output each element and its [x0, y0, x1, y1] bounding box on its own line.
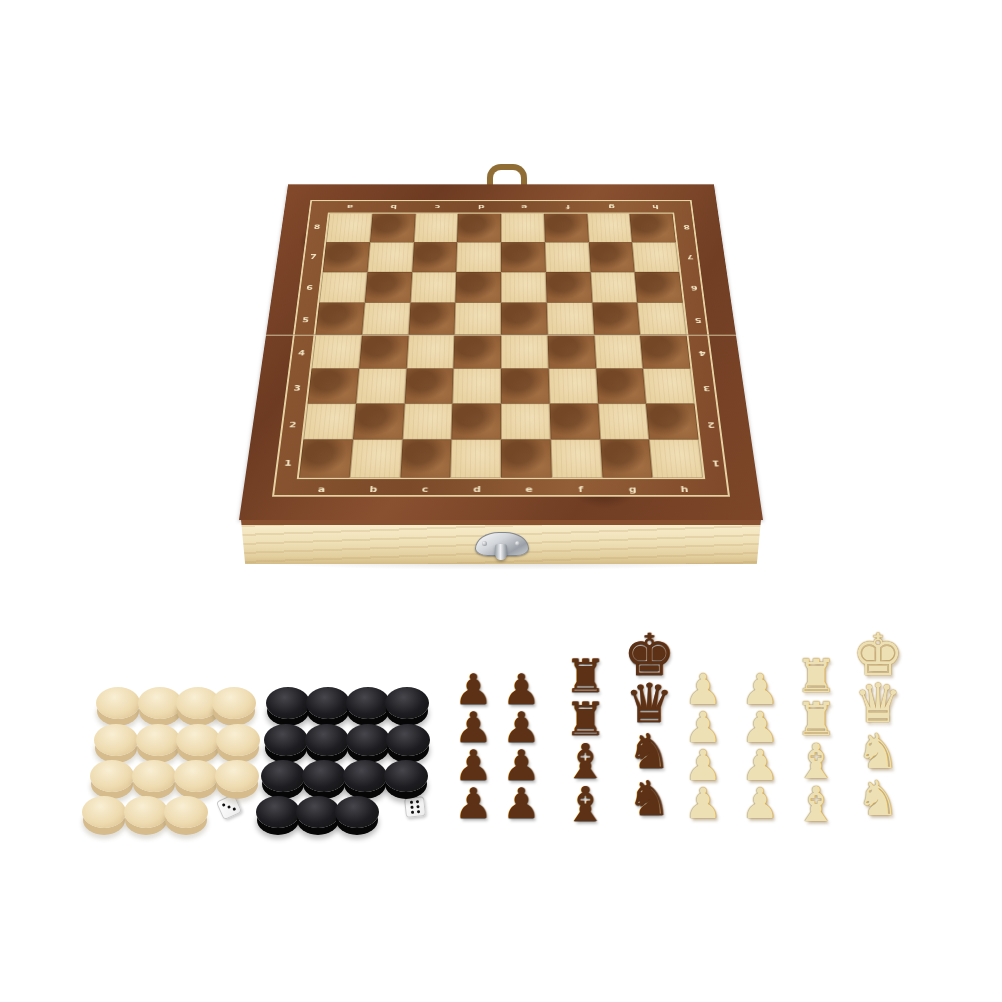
- square-h8: [630, 214, 676, 243]
- square-h6: [635, 272, 683, 303]
- rank-label-right-1: 1: [712, 458, 720, 466]
- square-b7: [367, 242, 413, 272]
- fold-seam: [266, 334, 736, 336]
- square-d4: [454, 335, 501, 368]
- rank-label-right-6: 6: [690, 284, 697, 291]
- die-pip: [410, 801, 413, 804]
- die-pip: [417, 805, 420, 808]
- square-g2: [598, 403, 650, 439]
- natural-checker: [164, 796, 208, 828]
- file-label-bottom-e: e: [525, 485, 532, 493]
- square-c7: [412, 242, 457, 272]
- black-checker: [385, 687, 429, 719]
- square-a1: [299, 440, 353, 478]
- black-checker: [306, 687, 350, 719]
- rank-label-left-5: 5: [302, 316, 310, 323]
- square-d3: [453, 368, 501, 403]
- file-label-bottom-b: b: [369, 485, 377, 493]
- rank-label-left-4: 4: [298, 349, 306, 356]
- rank-label-right-4: 4: [698, 349, 706, 356]
- natural-checker: [174, 760, 218, 792]
- rank-label-left-8: 8: [313, 224, 320, 230]
- rank-label-right-5: 5: [694, 316, 702, 323]
- square-h4: [640, 335, 690, 368]
- square-a2: [303, 403, 356, 439]
- file-label-top-d: d: [478, 204, 485, 210]
- square-h5: [637, 303, 686, 335]
- square-d6: [456, 272, 501, 303]
- chess-board-grid: [297, 213, 705, 480]
- square-e2: [501, 403, 550, 439]
- black-checker: [384, 760, 428, 792]
- square-d2: [452, 403, 501, 439]
- clasp-screw-left: [482, 541, 487, 546]
- square-g5: [592, 303, 640, 335]
- chess-board-surface: aabbccddeeffgghh8877665544332211: [239, 184, 763, 520]
- light-pawn: ♟: [741, 783, 779, 825]
- die: [216, 794, 242, 820]
- rank-label-left-6: 6: [306, 284, 313, 291]
- file-label-top-b: b: [390, 204, 397, 210]
- square-g6: [590, 272, 637, 303]
- box-front-edge: [241, 520, 761, 564]
- square-c4: [406, 335, 454, 368]
- square-f6: [546, 272, 592, 303]
- square-g7: [588, 242, 634, 272]
- square-f4: [547, 335, 595, 368]
- square-e5: [501, 303, 547, 335]
- natural-checker: [176, 724, 220, 756]
- square-c6: [410, 272, 456, 303]
- natural-checker: [124, 796, 168, 828]
- board-perspective: aabbccddeeffgghh8877665544332211: [239, 184, 763, 520]
- file-label-bottom-a: a: [317, 485, 325, 493]
- square-d7: [456, 242, 501, 272]
- black-checker: [261, 760, 305, 792]
- square-a7: [323, 242, 370, 272]
- light-pawn: ♟: [684, 783, 722, 825]
- black-checker: [302, 760, 346, 792]
- rank-label-left-2: 2: [289, 421, 297, 429]
- file-label-top-e: e: [521, 204, 527, 210]
- file-label-bottom-c: c: [422, 485, 429, 493]
- clasp-screw-right: [515, 541, 520, 546]
- square-a3: [307, 368, 358, 403]
- natural-checker: [82, 796, 126, 828]
- square-f5: [546, 303, 593, 335]
- square-h1: [649, 440, 703, 478]
- dark-knight: ♞: [627, 774, 670, 822]
- square-c8: [414, 214, 459, 243]
- die: [404, 796, 426, 818]
- square-b6: [365, 272, 412, 303]
- light-knight: ♞: [856, 774, 899, 822]
- dark-pawn: ♟: [502, 783, 540, 825]
- square-e8: [501, 214, 545, 243]
- square-f3: [548, 368, 597, 403]
- natural-checker: [212, 687, 256, 719]
- file-label-top-a: a: [347, 204, 354, 210]
- square-b2: [353, 403, 405, 439]
- square-c1: [400, 440, 452, 478]
- die-pip: [411, 810, 414, 813]
- natural-checker: [132, 760, 176, 792]
- square-d1: [450, 440, 501, 478]
- coordinate-border: aabbccddeeffgghh8877665544332211: [272, 200, 730, 496]
- die-pip: [233, 807, 237, 811]
- rank-label-right-3: 3: [703, 384, 711, 391]
- black-checker: [305, 724, 349, 756]
- square-a4: [312, 335, 362, 368]
- die-pip: [417, 810, 420, 813]
- square-g3: [596, 368, 646, 403]
- die-pip: [416, 800, 419, 803]
- square-e6: [501, 272, 546, 303]
- natural-checker: [90, 760, 134, 792]
- file-label-top-h: h: [651, 204, 658, 210]
- square-f1: [550, 440, 602, 478]
- square-b1: [349, 440, 402, 478]
- natural-checker: [216, 724, 260, 756]
- black-checker: [256, 796, 300, 828]
- square-e4: [501, 335, 548, 368]
- black-checker: [296, 796, 340, 828]
- square-f7: [545, 242, 590, 272]
- die-pip: [410, 806, 413, 809]
- square-b4: [359, 335, 408, 368]
- black-checker: [264, 724, 308, 756]
- rank-label-right-7: 7: [687, 253, 694, 259]
- rank-label-left-3: 3: [293, 384, 301, 391]
- square-b8: [370, 214, 415, 243]
- square-f8: [544, 214, 589, 243]
- square-b3: [356, 368, 406, 403]
- square-h7: [632, 242, 679, 272]
- folding-chess-box: aabbccddeeffgghh8877665544332211: [239, 0, 763, 608]
- clasp-pin: [495, 544, 507, 560]
- product-photo: aabbccddeeffgghh8877665544332211 ♟♟♟♟♟♟♟…: [0, 0, 1002, 1002]
- die-pip: [227, 805, 231, 809]
- file-label-bottom-f: f: [578, 485, 583, 493]
- rank-label-left-7: 7: [310, 253, 317, 259]
- square-g4: [594, 335, 643, 368]
- square-c5: [408, 303, 455, 335]
- file-label-bottom-d: d: [473, 485, 481, 493]
- dark-knight: ♞: [627, 727, 670, 775]
- black-checker: [346, 724, 390, 756]
- dark-pawn: ♟: [454, 783, 492, 825]
- file-label-top-c: c: [435, 204, 441, 210]
- square-e3: [501, 368, 549, 403]
- file-label-bottom-h: h: [680, 485, 689, 493]
- die-pip: [222, 803, 226, 807]
- rank-label-right-8: 8: [683, 224, 690, 230]
- rank-label-left-1: 1: [284, 458, 292, 466]
- natural-checker: [136, 724, 180, 756]
- square-c3: [404, 368, 453, 403]
- square-e1: [501, 440, 552, 478]
- dark-bishop: ♝: [563, 780, 606, 828]
- black-checker: [335, 796, 379, 828]
- square-g1: [600, 440, 653, 478]
- natural-checker: [94, 724, 138, 756]
- square-f2: [549, 403, 599, 439]
- black-checker: [346, 687, 390, 719]
- square-d5: [455, 303, 501, 335]
- natural-checker: [96, 687, 140, 719]
- rank-label-right-2: 2: [707, 421, 715, 429]
- square-b5: [362, 303, 410, 335]
- natural-checker: [215, 760, 259, 792]
- square-a5: [315, 303, 364, 335]
- metal-clasp: [475, 532, 527, 556]
- square-a8: [326, 214, 372, 243]
- black-checker: [266, 687, 310, 719]
- file-label-top-f: f: [566, 204, 570, 210]
- light-bishop: ♝: [794, 780, 837, 828]
- square-e7: [501, 242, 546, 272]
- square-d8: [457, 214, 501, 243]
- file-label-top-g: g: [608, 204, 615, 210]
- square-g8: [587, 214, 632, 243]
- black-checker: [343, 760, 387, 792]
- square-h2: [646, 403, 699, 439]
- square-a6: [319, 272, 367, 303]
- black-checker: [386, 724, 430, 756]
- file-label-bottom-g: g: [628, 485, 636, 493]
- square-c2: [402, 403, 452, 439]
- square-h3: [643, 368, 694, 403]
- light-knight: ♞: [856, 727, 899, 775]
